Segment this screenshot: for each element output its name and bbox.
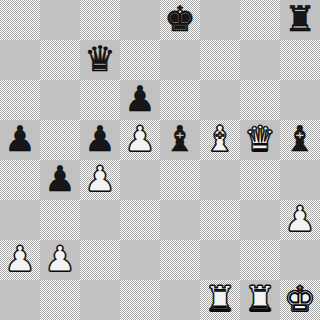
square-a3[interactable] (0, 200, 40, 240)
piece-white-pawn[interactable]: ♟ (4, 240, 35, 279)
square-h5[interactable]: ♝ (280, 120, 320, 160)
square-f6[interactable] (200, 80, 240, 120)
square-h4[interactable] (280, 160, 320, 200)
square-g4[interactable] (240, 160, 280, 200)
square-d8[interactable] (120, 0, 160, 40)
square-b8[interactable] (40, 0, 80, 40)
square-d3[interactable] (120, 200, 160, 240)
square-f5[interactable]: ♝ (200, 120, 240, 160)
square-d4[interactable] (120, 160, 160, 200)
piece-white-pawn[interactable]: ♟ (84, 160, 115, 199)
piece-black-bishop[interactable]: ♝ (164, 120, 195, 159)
square-c1[interactable] (80, 280, 120, 320)
piece-black-pawn[interactable]: ♟ (44, 160, 75, 199)
piece-white-pawn[interactable]: ♟ (124, 120, 155, 159)
piece-black-pawn[interactable]: ♟ (4, 120, 35, 159)
piece-black-queen[interactable]: ♛ (84, 40, 115, 79)
square-e5[interactable]: ♝ (160, 120, 200, 160)
square-c4[interactable]: ♟ (80, 160, 120, 200)
square-e3[interactable] (160, 200, 200, 240)
square-f7[interactable] (200, 40, 240, 80)
square-c8[interactable] (80, 0, 120, 40)
square-g7[interactable] (240, 40, 280, 80)
square-c7[interactable]: ♛ (80, 40, 120, 80)
square-c5[interactable]: ♟ (80, 120, 120, 160)
square-c3[interactable] (80, 200, 120, 240)
square-g1[interactable]: ♜ (240, 280, 280, 320)
piece-white-pawn[interactable]: ♟ (284, 200, 315, 239)
square-h7[interactable] (280, 40, 320, 80)
square-d2[interactable] (120, 240, 160, 280)
square-a6[interactable] (0, 80, 40, 120)
piece-black-pawn[interactable]: ♟ (124, 80, 155, 119)
square-b7[interactable] (40, 40, 80, 80)
square-c6[interactable] (80, 80, 120, 120)
piece-white-rook[interactable]: ♜ (204, 280, 235, 319)
square-f2[interactable] (200, 240, 240, 280)
square-g8[interactable] (240, 0, 280, 40)
square-h3[interactable]: ♟ (280, 200, 320, 240)
chess-board: ♚♜♛♟♟♟♟♝♝♛♝♟♟♟♟♟♜♜♚ (0, 0, 320, 320)
square-f3[interactable] (200, 200, 240, 240)
piece-black-rook[interactable]: ♜ (284, 0, 315, 39)
square-h8[interactable]: ♜ (280, 0, 320, 40)
square-h1[interactable]: ♚ (280, 280, 320, 320)
square-g5[interactable]: ♛ (240, 120, 280, 160)
square-b6[interactable] (40, 80, 80, 120)
square-g3[interactable] (240, 200, 280, 240)
square-b5[interactable] (40, 120, 80, 160)
square-d5[interactable]: ♟ (120, 120, 160, 160)
square-a1[interactable] (0, 280, 40, 320)
square-a2[interactable]: ♟ (0, 240, 40, 280)
square-a4[interactable] (0, 160, 40, 200)
square-g2[interactable] (240, 240, 280, 280)
square-d7[interactable] (120, 40, 160, 80)
square-e6[interactable] (160, 80, 200, 120)
chess-board-window: ♚♜♛♟♟♟♟♝♝♛♝♟♟♟♟♟♜♜♚ (0, 0, 320, 320)
square-a5[interactable]: ♟ (0, 120, 40, 160)
piece-white-rook[interactable]: ♜ (244, 280, 275, 319)
square-a8[interactable] (0, 0, 40, 40)
square-h2[interactable] (280, 240, 320, 280)
square-g6[interactable] (240, 80, 280, 120)
square-d6[interactable]: ♟ (120, 80, 160, 120)
square-e4[interactable] (160, 160, 200, 200)
piece-black-pawn[interactable]: ♟ (84, 120, 115, 159)
square-b1[interactable] (40, 280, 80, 320)
square-f1[interactable]: ♜ (200, 280, 240, 320)
piece-white-pawn[interactable]: ♟ (44, 240, 75, 279)
square-h6[interactable] (280, 80, 320, 120)
square-e8[interactable]: ♚ (160, 0, 200, 40)
piece-white-king[interactable]: ♚ (284, 280, 315, 319)
square-b2[interactable]: ♟ (40, 240, 80, 280)
square-a7[interactable] (0, 40, 40, 80)
square-c2[interactable] (80, 240, 120, 280)
square-e1[interactable] (160, 280, 200, 320)
piece-white-bishop[interactable]: ♝ (204, 120, 235, 159)
square-f4[interactable] (200, 160, 240, 200)
piece-white-queen[interactable]: ♛ (244, 120, 275, 159)
square-f8[interactable] (200, 0, 240, 40)
square-e7[interactable] (160, 40, 200, 80)
square-b3[interactable] (40, 200, 80, 240)
piece-black-king[interactable]: ♚ (164, 0, 195, 39)
square-b4[interactable]: ♟ (40, 160, 80, 200)
piece-black-bishop[interactable]: ♝ (284, 120, 315, 159)
square-e2[interactable] (160, 240, 200, 280)
square-d1[interactable] (120, 280, 160, 320)
